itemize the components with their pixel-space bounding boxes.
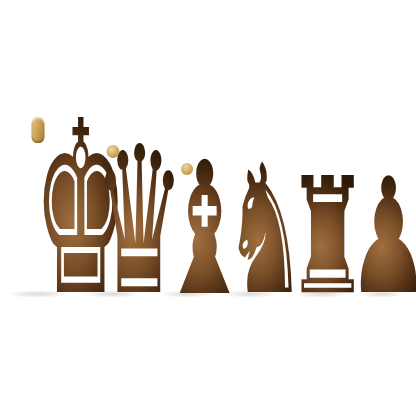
pawn-piece: ♟	[317, 133, 416, 293]
king-finial-accent	[32, 117, 45, 143]
queen-ball-accent	[107, 145, 120, 158]
pawn-icon: ♟	[347, 157, 416, 317]
chess-pieces-photo: ♚ ♛ ♝ ♞ ♜ ♟	[0, 0, 416, 416]
